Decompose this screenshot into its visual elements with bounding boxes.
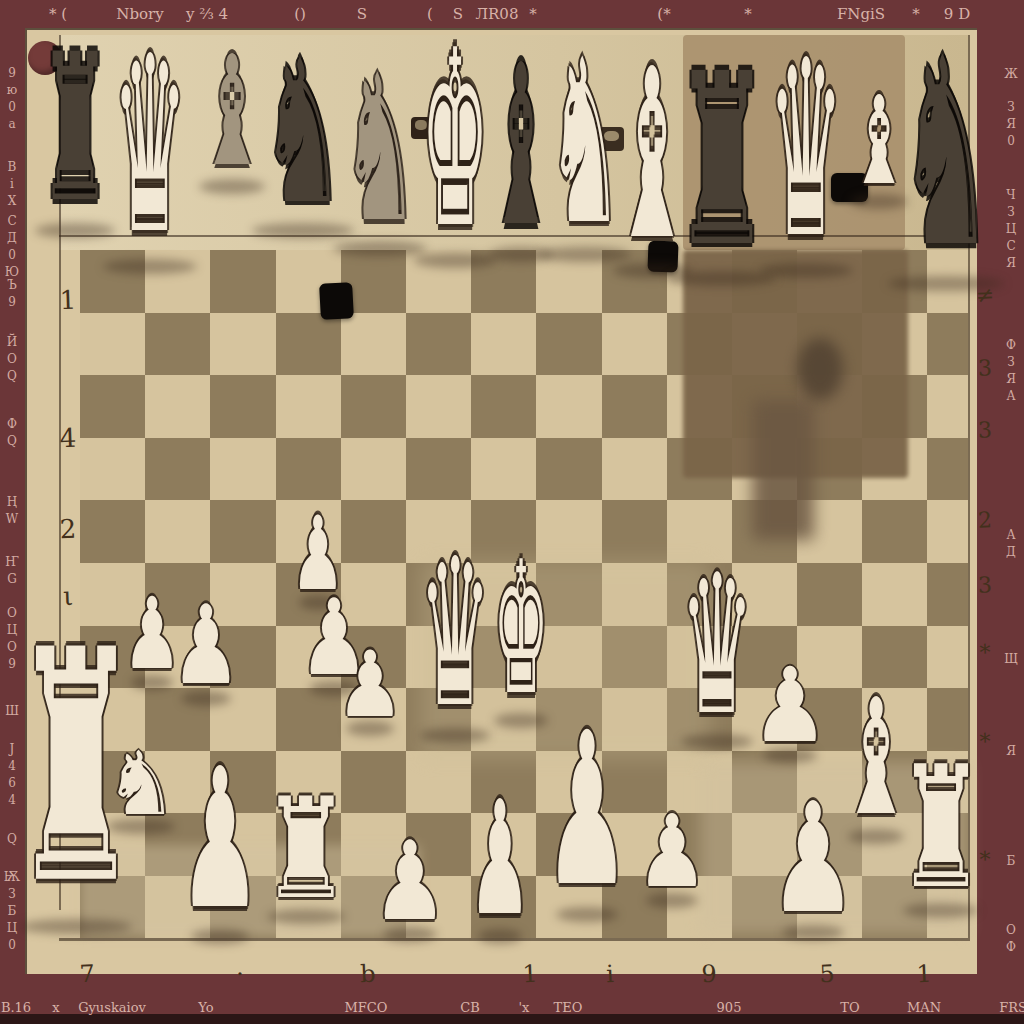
frame-pseudo-text-top: ЛR08 bbox=[476, 5, 519, 23]
chess-board-scene: ♜♛♝♞♞♚♝♞♝♜♛♝♞♟♟♟♟♟♛♚♛♟♝♜♜♞♟♜♟♟♟♟♟ * (Nbo… bbox=[0, 0, 1024, 1024]
frame-pseudo-text-top: * bbox=[912, 5, 920, 23]
board-square[interactable] bbox=[341, 313, 406, 376]
frame-pseudo-text-bottom: MFCO bbox=[345, 1000, 388, 1015]
rank-label-right: ∗ bbox=[977, 842, 993, 868]
frame-pseudo-text-top: S bbox=[357, 5, 367, 23]
frame-pseudo-text-top: * bbox=[529, 5, 537, 23]
rank-label-right: ∗ bbox=[977, 724, 993, 750]
rank-label-left: ι bbox=[62, 581, 73, 611]
frame-pseudo-text-top: FNgiS bbox=[837, 5, 885, 23]
frame-pseudo-text-left: Q bbox=[5, 832, 19, 849]
board-square[interactable] bbox=[145, 375, 210, 438]
board-square[interactable] bbox=[536, 313, 601, 376]
frame-pseudo-text-right: Ж bbox=[1004, 67, 1018, 84]
frame-pseudo-text-right: АД bbox=[1004, 528, 1018, 562]
board-square[interactable] bbox=[210, 500, 275, 563]
frame-pseudo-text-right: Б bbox=[1004, 854, 1018, 871]
chess-piece-white-queen[interactable]: ♛ bbox=[419, 533, 491, 737]
black-blob-marker bbox=[319, 282, 354, 320]
frame-pseudo-text-right: Щ bbox=[1004, 652, 1018, 669]
file-label-bottom: 7 bbox=[79, 960, 95, 989]
frame-pseudo-text-bottom: B.16 bbox=[1, 1000, 31, 1015]
frame-pseudo-text-left: СД0Ю bbox=[5, 214, 19, 282]
chess-piece-white-pawn[interactable]: ♟ bbox=[336, 639, 404, 730]
board-square[interactable] bbox=[471, 313, 536, 376]
frame-pseudo-text-bottom: TO bbox=[840, 1000, 859, 1015]
chess-piece-dark-rook[interactable]: ♜ bbox=[39, 28, 111, 232]
chess-piece-white-queen[interactable]: ♛ bbox=[112, 24, 187, 268]
frame-pseudo-text-top: * bbox=[744, 5, 752, 23]
board-square[interactable] bbox=[406, 313, 471, 376]
board-square[interactable] bbox=[862, 500, 927, 563]
board-square[interactable] bbox=[602, 313, 667, 376]
board-square[interactable] bbox=[927, 375, 968, 438]
frame-pseudo-text-top: () bbox=[294, 5, 306, 23]
rank-label-right: ∗ bbox=[977, 635, 993, 661]
frame-pseudo-text-top: S bbox=[453, 5, 463, 23]
chess-piece-white-pawn[interactable]: ♟ bbox=[179, 745, 261, 938]
frame-pseudo-text-top: y ⅔ 4 bbox=[186, 5, 228, 23]
chess-piece-white-pawn[interactable]: ♟ bbox=[171, 591, 241, 700]
chess-piece-white-queen[interactable]: ♛ bbox=[768, 28, 843, 272]
board-square[interactable] bbox=[406, 375, 471, 438]
frame-pseudo-text-left: ФQ bbox=[5, 417, 19, 451]
frame-pseudo-text-left: ОЦО9 bbox=[5, 606, 19, 674]
chess-piece-white-pawn[interactable]: ♟ bbox=[372, 827, 447, 936]
board-square[interactable] bbox=[341, 438, 406, 501]
board-square[interactable] bbox=[602, 500, 667, 563]
chess-piece-white-king[interactable]: ♚ bbox=[421, 19, 489, 262]
rank-label-right: 3 bbox=[978, 417, 993, 442]
board-square[interactable] bbox=[210, 375, 275, 438]
frame-pseudo-text-left: Ъ9 bbox=[5, 278, 19, 312]
file-label-bottom: i bbox=[606, 960, 615, 988]
rank-label-right: 3 bbox=[978, 355, 993, 380]
board-square[interactable] bbox=[471, 375, 536, 438]
frame-pseudo-text-left: ЙOQ bbox=[5, 335, 19, 386]
board-square[interactable] bbox=[341, 500, 406, 563]
chess-piece-white-pawn[interactable]: ♟ bbox=[751, 654, 828, 757]
board-square[interactable] bbox=[602, 375, 667, 438]
chess-piece-white-pawn[interactable]: ♟ bbox=[544, 705, 630, 916]
frame-pseudo-text-right: ФЗЯА bbox=[1004, 338, 1018, 406]
file-label-bottom: b bbox=[360, 960, 376, 989]
board-square[interactable] bbox=[406, 751, 471, 814]
board-square[interactable] bbox=[927, 313, 968, 376]
frame-pseudo-text-left: ҢW bbox=[5, 495, 19, 529]
chess-piece-dark-knight[interactable]: ♞ bbox=[341, 48, 418, 250]
board-square[interactable] bbox=[210, 313, 275, 376]
file-label-bottom: 1 bbox=[522, 960, 538, 989]
board-square[interactable] bbox=[210, 250, 275, 313]
chess-piece-white-pawn[interactable]: ♟ bbox=[469, 781, 532, 939]
chess-piece-white-queen[interactable]: ♛ bbox=[680, 550, 754, 743]
rank-label-right: 2 bbox=[978, 507, 993, 532]
file-label-bottom: 5 bbox=[819, 960, 835, 989]
board-square[interactable] bbox=[927, 500, 968, 563]
frame-pseudo-text-left: Ј464 bbox=[5, 742, 19, 810]
frame-pseudo-text-right: Я bbox=[1004, 744, 1018, 761]
frame-pseudo-text-left: ѬЗБЦ0 bbox=[5, 870, 19, 955]
frame-pseudo-text-bottom: TEO bbox=[554, 1000, 583, 1015]
board-square[interactable] bbox=[341, 751, 406, 814]
board-square[interactable] bbox=[862, 563, 927, 626]
board-square[interactable] bbox=[80, 500, 145, 563]
board-square[interactable] bbox=[80, 438, 145, 501]
board-square[interactable] bbox=[602, 438, 667, 501]
board-square[interactable] bbox=[536, 438, 601, 501]
chess-piece-dark-knight[interactable]: ♞ bbox=[898, 25, 993, 285]
frame-pseudo-text-bottom: CB bbox=[460, 1000, 480, 1015]
frame-pseudo-text-right: ОФ bbox=[1004, 923, 1018, 957]
board-shading-patch bbox=[752, 400, 814, 540]
board-square[interactable] bbox=[276, 438, 341, 501]
frame-pseudo-text-top: ( bbox=[427, 5, 433, 23]
rank-label-right: 3 bbox=[978, 572, 993, 597]
frame-bottom-dark-strip bbox=[0, 1014, 1024, 1024]
board-square[interactable] bbox=[80, 375, 145, 438]
frame-pseudo-text-right: ЧЗЦСЯ bbox=[1004, 188, 1018, 273]
chess-piece-white-pawn[interactable]: ♟ bbox=[636, 802, 708, 902]
frame-pseudo-text-top: Nbory bbox=[116, 5, 163, 23]
chess-piece-dark-rook[interactable]: ♜ bbox=[674, 42, 771, 280]
frame-pseudo-text-top: (* bbox=[657, 5, 670, 23]
file-label-bottom: 9 bbox=[701, 960, 717, 989]
frame-pseudo-text-left: Ш bbox=[5, 704, 19, 721]
board-square[interactable] bbox=[145, 313, 210, 376]
rank-label-right: ≠ bbox=[975, 282, 994, 308]
file-label-bottom: · bbox=[236, 960, 245, 988]
chess-piece-white-king[interactable]: ♚ bbox=[493, 539, 549, 722]
board-square[interactable] bbox=[276, 313, 341, 376]
frame-pseudo-text-bottom: 905 bbox=[717, 1000, 742, 1015]
chess-piece-white-rook[interactable]: ♜ bbox=[262, 779, 350, 918]
chess-piece-white-rook[interactable]: ♜ bbox=[898, 744, 984, 912]
rank-label-left: 1 bbox=[59, 285, 77, 316]
board-square[interactable] bbox=[927, 563, 968, 626]
board-shading-patch bbox=[797, 338, 843, 400]
chess-piece-white-pawn[interactable]: ♟ bbox=[769, 782, 857, 934]
rank-label-left: 2 bbox=[59, 514, 77, 545]
frame-pseudo-text-bottom: Yo bbox=[198, 1000, 213, 1015]
board-square[interactable] bbox=[145, 438, 210, 501]
board-square[interactable] bbox=[471, 438, 536, 501]
rank-label-left: 4 bbox=[59, 423, 77, 454]
file-label-bottom: 1 bbox=[916, 960, 932, 989]
frame-pseudo-text-bottom: FRS bbox=[999, 1000, 1024, 1015]
board-square[interactable] bbox=[406, 438, 471, 501]
chess-piece-dark-knight[interactable]: ♞ bbox=[261, 35, 345, 232]
frame-pseudo-text-top: * ( bbox=[49, 5, 67, 23]
board-square[interactable] bbox=[80, 313, 145, 376]
board-square[interactable] bbox=[276, 375, 341, 438]
frame-pseudo-text-top: 9 D bbox=[944, 5, 970, 23]
board-square[interactable] bbox=[797, 563, 862, 626]
board-square[interactable] bbox=[210, 438, 275, 501]
frame-pseudo-text-left: ҤG bbox=[5, 555, 19, 589]
frame-pseudo-text-left: ВiX bbox=[5, 160, 19, 211]
board-square[interactable] bbox=[927, 626, 968, 689]
frame-pseudo-text-bottom: x bbox=[52, 1000, 59, 1015]
frame-pseudo-text-bottom: 'x bbox=[519, 1000, 530, 1015]
chess-piece-dark-bishop[interactable]: ♝ bbox=[198, 36, 266, 188]
board-square[interactable] bbox=[341, 375, 406, 438]
frame-pseudo-text-bottom: Gyuskaiov bbox=[78, 1000, 146, 1015]
frame-pseudo-text-left: 9ю0а bbox=[5, 66, 19, 134]
board-square[interactable] bbox=[145, 500, 210, 563]
chess-piece-dark-bishop[interactable]: ♝ bbox=[488, 34, 554, 256]
board-square[interactable] bbox=[927, 438, 968, 501]
chess-piece-white-rook[interactable]: ♜ bbox=[12, 609, 139, 929]
frame-pseudo-text-right: ЗЯ0 bbox=[1004, 100, 1018, 151]
frame-pseudo-text-bottom: MAN bbox=[907, 1000, 941, 1015]
board-square[interactable] bbox=[536, 375, 601, 438]
